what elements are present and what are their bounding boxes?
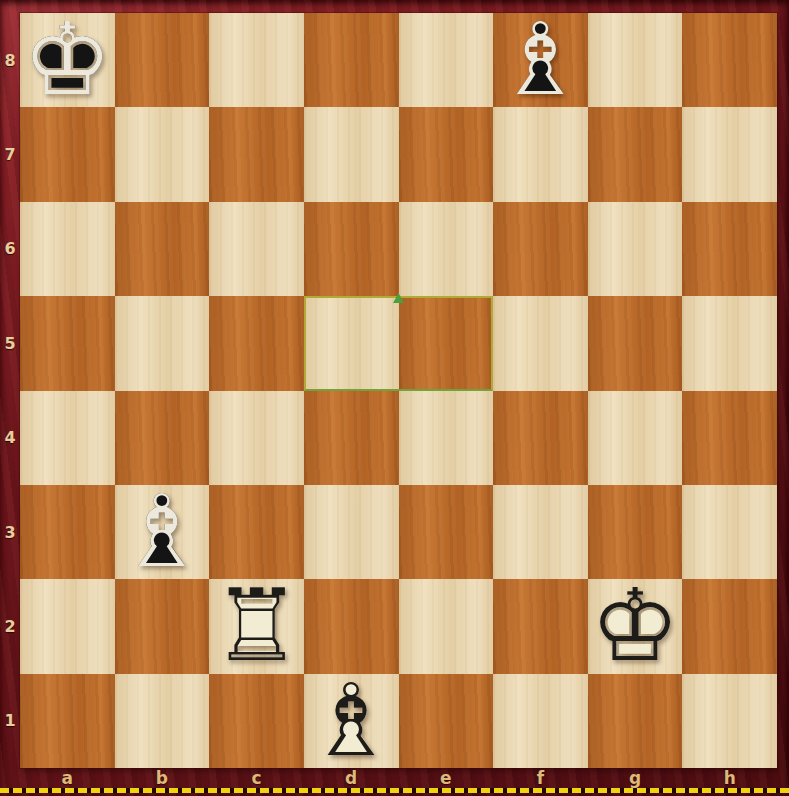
rank-label-6: 6 [0, 202, 20, 296]
square-b7[interactable] [115, 107, 210, 201]
rank-label-2: 2 [0, 579, 20, 673]
rank-label-3: 3 [0, 485, 20, 579]
rank-label-1: 1 [0, 674, 20, 768]
piece-glyph-fill: ♜ [209, 579, 304, 673]
square-a6[interactable] [20, 202, 115, 296]
board: ♚♔♝♗♝♗♜♖♚♔♝♗ [20, 13, 777, 768]
square-g4[interactable] [588, 391, 683, 485]
square-g2[interactable]: ♚♔ [588, 579, 683, 673]
piece-glyph-outline: ♔ [588, 579, 683, 673]
black-bishop-piece: ♝♗ [493, 13, 588, 107]
square-d4[interactable] [304, 391, 399, 485]
selection-dashed-edge [0, 788, 789, 793]
square-d6[interactable] [304, 202, 399, 296]
square-b4[interactable] [115, 391, 210, 485]
file-label-b: b [115, 769, 210, 787]
square-b2[interactable] [115, 579, 210, 673]
square-d3[interactable] [304, 485, 399, 579]
piece-glyph-fill: ♝ [304, 674, 399, 768]
square-f2[interactable] [493, 579, 588, 673]
square-c1[interactable] [209, 674, 304, 768]
square-g3[interactable] [588, 485, 683, 579]
file-label-g: g [588, 769, 683, 787]
square-h5[interactable] [682, 296, 777, 390]
piece-glyph-outline: ♔ [20, 13, 115, 107]
square-b5[interactable] [115, 296, 210, 390]
square-a5[interactable] [20, 296, 115, 390]
square-e8[interactable] [399, 13, 494, 107]
square-g7[interactable] [588, 107, 683, 201]
square-a7[interactable] [20, 107, 115, 201]
square-d8[interactable] [304, 13, 399, 107]
square-f3[interactable] [493, 485, 588, 579]
square-a8[interactable]: ♚♔ [20, 13, 115, 107]
square-c7[interactable] [209, 107, 304, 201]
square-h1[interactable] [682, 674, 777, 768]
square-c6[interactable] [209, 202, 304, 296]
file-label-a: a [20, 769, 115, 787]
square-d1[interactable]: ♝♗ [304, 674, 399, 768]
square-a4[interactable] [20, 391, 115, 485]
white-bishop-piece: ♝♗ [304, 674, 399, 768]
piece-glyph-outline: ♗ [493, 13, 588, 107]
square-d2[interactable] [304, 579, 399, 673]
square-b3[interactable]: ♝♗ [115, 485, 210, 579]
square-f6[interactable] [493, 202, 588, 296]
square-g8[interactable] [588, 13, 683, 107]
piece-glyph-fill: ♚ [588, 579, 683, 673]
black-king-piece: ♚♔ [20, 13, 115, 107]
square-e3[interactable] [399, 485, 494, 579]
piece-glyph-fill: ♝ [493, 13, 588, 107]
square-a2[interactable] [20, 579, 115, 673]
piece-glyph-outline: ♗ [304, 674, 399, 768]
white-rook-piece: ♜♖ [209, 579, 304, 673]
square-f8[interactable]: ♝♗ [493, 13, 588, 107]
rank-label-5: 5 [0, 296, 20, 390]
square-e4[interactable] [399, 391, 494, 485]
square-h6[interactable] [682, 202, 777, 296]
square-g1[interactable] [588, 674, 683, 768]
square-c4[interactable] [209, 391, 304, 485]
square-e6[interactable] [399, 202, 494, 296]
square-e1[interactable] [399, 674, 494, 768]
black-bishop-piece: ♝♗ [115, 485, 210, 579]
square-g6[interactable] [588, 202, 683, 296]
square-c2[interactable]: ♜♖ [209, 579, 304, 673]
square-b1[interactable] [115, 674, 210, 768]
square-h7[interactable] [682, 107, 777, 201]
square-e5[interactable] [399, 296, 494, 390]
square-g5[interactable] [588, 296, 683, 390]
square-h3[interactable] [682, 485, 777, 579]
file-label-f: f [493, 769, 588, 787]
square-c3[interactable] [209, 485, 304, 579]
square-h2[interactable] [682, 579, 777, 673]
square-a3[interactable] [20, 485, 115, 579]
piece-glyph-fill: ♚ [20, 13, 115, 107]
piece-glyph-outline: ♗ [115, 485, 210, 579]
square-f1[interactable] [493, 674, 588, 768]
rank-label-7: 7 [0, 107, 20, 201]
square-f7[interactable] [493, 107, 588, 201]
square-d7[interactable] [304, 107, 399, 201]
square-c8[interactable] [209, 13, 304, 107]
rank-label-8: 8 [0, 13, 20, 107]
piece-glyph-outline: ♖ [209, 579, 304, 673]
piece-glyph-fill: ♝ [115, 485, 210, 579]
file-label-h: h [682, 769, 777, 787]
square-a1[interactable] [20, 674, 115, 768]
square-b6[interactable] [115, 202, 210, 296]
square-h4[interactable] [682, 391, 777, 485]
chess-board-window: ♚♔♝♗♝♗♜♖♚♔♝♗ 87654321 abcdefgh [0, 0, 789, 796]
white-king-piece: ♚♔ [588, 579, 683, 673]
rank-label-4: 4 [0, 391, 20, 485]
square-b8[interactable] [115, 13, 210, 107]
square-d5[interactable] [304, 296, 399, 390]
square-h8[interactable] [682, 13, 777, 107]
file-label-e: e [399, 769, 494, 787]
square-c5[interactable] [209, 296, 304, 390]
square-e7[interactable] [399, 107, 494, 201]
file-label-d: d [304, 769, 399, 787]
square-e2[interactable] [399, 579, 494, 673]
square-f4[interactable] [493, 391, 588, 485]
file-label-c: c [209, 769, 304, 787]
square-f5[interactable] [493, 296, 588, 390]
